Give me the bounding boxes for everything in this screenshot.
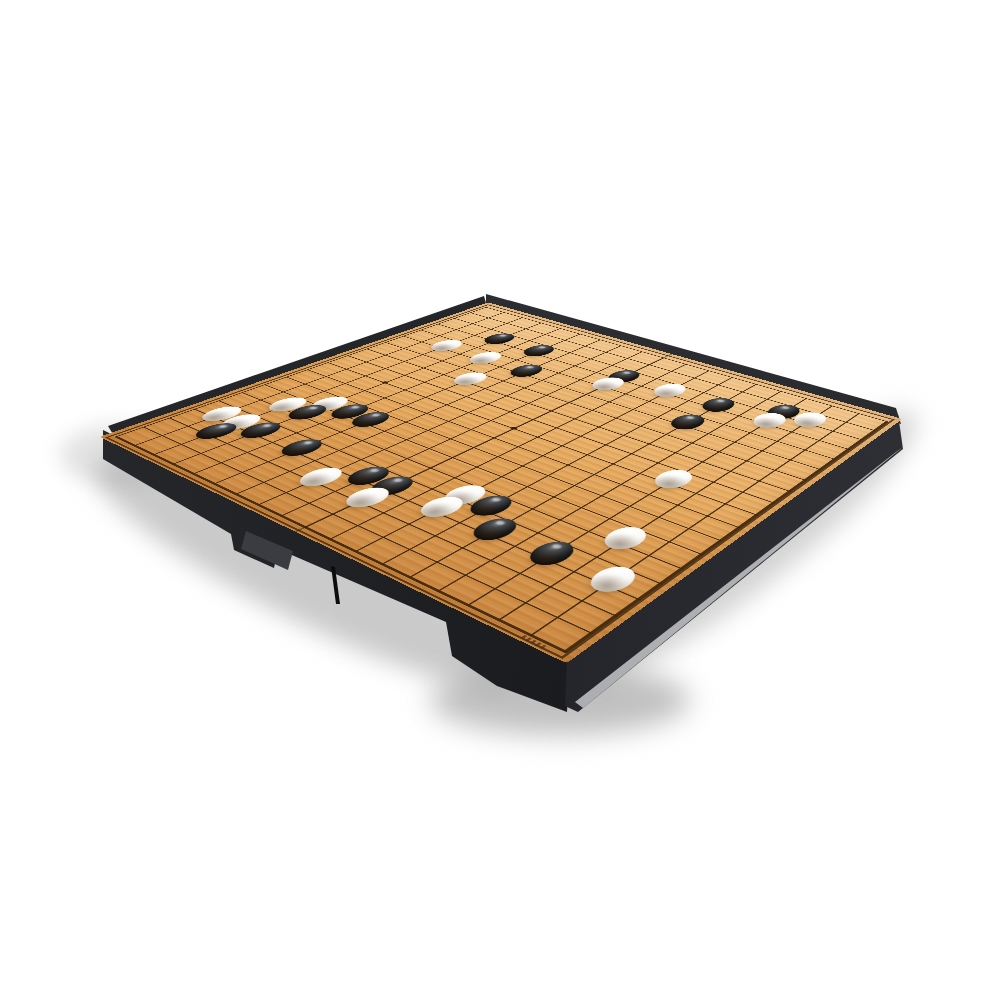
go-board — [117, 307, 886, 650]
grid-lines — [114, 307, 889, 653]
product-photo-scene — [0, 0, 1000, 1000]
